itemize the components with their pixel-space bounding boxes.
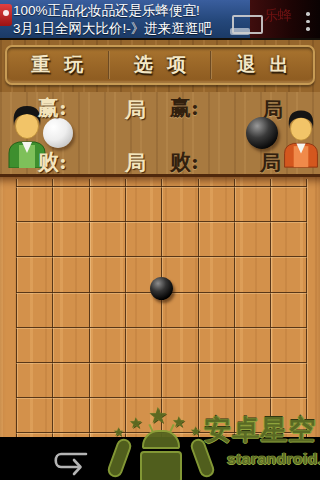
player-right-avatar <box>280 106 320 168</box>
recent-apps-icon[interactable] <box>232 15 263 34</box>
board-gridline-vertical <box>270 179 271 437</box>
options-button[interactable]: 选项 <box>110 47 211 83</box>
board-gridline-horizontal <box>16 327 307 328</box>
ad-brand-text: 乐蜂 <box>264 7 292 25</box>
left-lose-label: 败: <box>38 151 67 173</box>
ad-banner[interactable]: 100%正品化妆品还是乐蜂便宜! 3月1日全网大比价!-》进来逛逛吧 乐蜂 <box>0 0 320 40</box>
player-left-stone-white <box>43 118 73 148</box>
game-board[interactable] <box>0 177 320 437</box>
back-button-icon[interactable] <box>48 446 94 476</box>
board-gridline-horizontal <box>16 221 307 222</box>
board-gridline-vertical <box>161 179 162 437</box>
board-gridline-vertical <box>306 179 307 437</box>
replay-button[interactable]: 重玩 <box>7 47 108 83</box>
board-gridline-vertical <box>198 179 199 437</box>
board-gridline-vertical <box>125 179 126 437</box>
score-panel: 赢: 局 败: 局 赢: 局 败: 局 <box>0 92 320 177</box>
toolbar-wood-frame: 重玩 选项 退出 <box>0 40 320 92</box>
notification-icon <box>0 4 12 26</box>
board-gridline-horizontal <box>16 397 307 398</box>
board-gridline-horizontal <box>16 362 307 363</box>
ad-text-line1: 100%正品化妆品还是乐蜂便宜! <box>13 2 200 20</box>
exit-button[interactable]: 退出 <box>212 47 313 83</box>
left-lose-unit: 局 <box>125 152 146 174</box>
right-lose-unit: 局 <box>260 152 281 174</box>
left-win-label: 赢: <box>38 97 67 119</box>
right-lose-label: 败: <box>170 151 199 173</box>
board-gridline-horizontal <box>16 186 307 187</box>
board-stone-black <box>150 277 173 300</box>
menu-dots-icon[interactable] <box>306 12 310 34</box>
game-toolbar: 重玩 选项 退出 <box>5 45 315 85</box>
board-gridline-horizontal <box>16 256 307 257</box>
ad-text-line2: 3月1日全网大比价!-》进来逛逛吧 <box>13 20 212 38</box>
board-gridline-vertical <box>52 179 53 437</box>
right-win-label: 赢: <box>170 97 199 119</box>
board-gridline-vertical <box>234 179 235 437</box>
board-gridline-vertical <box>89 179 90 437</box>
player-right-stone-black <box>246 117 278 149</box>
board-gridline-horizontal <box>16 432 307 433</box>
board-gridline-vertical <box>16 179 17 437</box>
left-win-unit: 局 <box>125 99 146 121</box>
